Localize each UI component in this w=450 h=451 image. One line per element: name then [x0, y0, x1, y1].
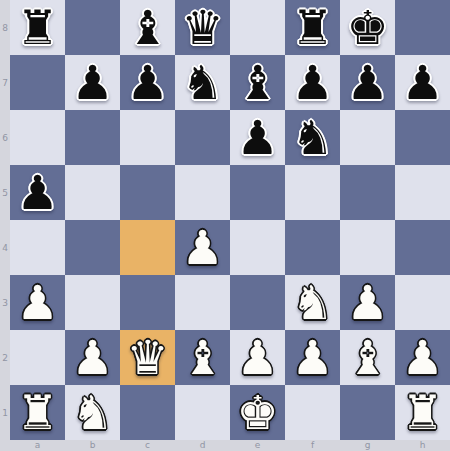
square-e6[interactable]: ♟ — [230, 110, 285, 165]
square-e1[interactable]: ♚ — [230, 385, 285, 440]
chess-board-panel: 87654321 ♜♝♛♜♚♟♟♞♝♟♟♟♟♞♟♟♟♞♟♟♛♝♟♟♝♟♜♞♚♜ … — [0, 0, 450, 451]
square-g2[interactable]: ♝ — [340, 330, 395, 385]
square-a6[interactable] — [10, 110, 65, 165]
square-b6[interactable] — [65, 110, 120, 165]
square-h8[interactable] — [395, 0, 450, 55]
white-pawn-g3[interactable]: ♟ — [346, 275, 388, 330]
white-rook-h1[interactable]: ♜ — [401, 385, 443, 440]
white-bishop-g2[interactable]: ♝ — [346, 330, 388, 385]
black-pawn-e6[interactable]: ♟ — [236, 110, 278, 165]
square-c7[interactable]: ♟ — [120, 55, 175, 110]
square-a1[interactable]: ♜ — [10, 385, 65, 440]
rank-labels: 87654321 — [0, 0, 10, 440]
black-knight-d7[interactable]: ♞ — [181, 55, 223, 110]
square-g7[interactable]: ♟ — [340, 55, 395, 110]
square-e4[interactable] — [230, 220, 285, 275]
square-d3[interactable] — [175, 275, 230, 330]
square-d4[interactable]: ♟ — [175, 220, 230, 275]
square-d1[interactable] — [175, 385, 230, 440]
rank-label-8: 8 — [0, 0, 10, 55]
white-queen-c2[interactable]: ♛ — [126, 330, 168, 385]
square-d8[interactable]: ♛ — [175, 0, 230, 55]
square-b3[interactable] — [65, 275, 120, 330]
square-c5[interactable] — [120, 165, 175, 220]
rank-label-4: 4 — [0, 220, 10, 275]
chess-board[interactable]: ♜♝♛♜♚♟♟♞♝♟♟♟♟♞♟♟♟♞♟♟♛♝♟♟♝♟♜♞♚♜ — [10, 0, 450, 440]
square-h6[interactable] — [395, 110, 450, 165]
white-pawn-d4[interactable]: ♟ — [181, 220, 223, 275]
file-label-a: a — [10, 440, 65, 451]
file-label-h: h — [395, 440, 450, 451]
square-f4[interactable] — [285, 220, 340, 275]
square-c1[interactable] — [120, 385, 175, 440]
white-pawn-a3[interactable]: ♟ — [16, 275, 58, 330]
black-bishop-c8[interactable]: ♝ — [126, 0, 168, 55]
black-pawn-a5[interactable]: ♟ — [16, 165, 58, 220]
rank-label-3: 3 — [0, 275, 10, 330]
white-pawn-b2[interactable]: ♟ — [71, 330, 113, 385]
black-pawn-c7[interactable]: ♟ — [126, 55, 168, 110]
black-pawn-f7[interactable]: ♟ — [291, 55, 333, 110]
square-b4[interactable] — [65, 220, 120, 275]
square-c4[interactable] — [120, 220, 175, 275]
square-h1[interactable]: ♜ — [395, 385, 450, 440]
square-g3[interactable]: ♟ — [340, 275, 395, 330]
square-c3[interactable] — [120, 275, 175, 330]
rank-label-2: 2 — [0, 330, 10, 385]
file-label-f: f — [285, 440, 340, 451]
white-pawn-f2[interactable]: ♟ — [291, 330, 333, 385]
square-f7[interactable]: ♟ — [285, 55, 340, 110]
square-g1[interactable] — [340, 385, 395, 440]
file-label-b: b — [65, 440, 120, 451]
white-knight-f3[interactable]: ♞ — [291, 275, 333, 330]
square-d2[interactable]: ♝ — [175, 330, 230, 385]
white-rook-a1[interactable]: ♜ — [16, 385, 58, 440]
square-e7[interactable]: ♝ — [230, 55, 285, 110]
square-g4[interactable] — [340, 220, 395, 275]
square-a2[interactable] — [10, 330, 65, 385]
square-b8[interactable] — [65, 0, 120, 55]
square-a3[interactable]: ♟ — [10, 275, 65, 330]
square-d7[interactable]: ♞ — [175, 55, 230, 110]
white-pawn-h2[interactable]: ♟ — [401, 330, 443, 385]
square-h4[interactable] — [395, 220, 450, 275]
square-c6[interactable] — [120, 110, 175, 165]
rank-label-7: 7 — [0, 55, 10, 110]
black-knight-f6[interactable]: ♞ — [291, 110, 333, 165]
file-labels: abcdefgh — [10, 440, 450, 451]
square-g8[interactable]: ♚ — [340, 0, 395, 55]
black-rook-f8[interactable]: ♜ — [291, 0, 333, 55]
square-f3[interactable]: ♞ — [285, 275, 340, 330]
square-c8[interactable]: ♝ — [120, 0, 175, 55]
file-label-g: g — [340, 440, 395, 451]
white-pawn-e2[interactable]: ♟ — [236, 330, 278, 385]
square-f1[interactable] — [285, 385, 340, 440]
square-f8[interactable]: ♜ — [285, 0, 340, 55]
square-a8[interactable]: ♜ — [10, 0, 65, 55]
square-a7[interactable] — [10, 55, 65, 110]
square-b7[interactable]: ♟ — [65, 55, 120, 110]
square-b2[interactable]: ♟ — [65, 330, 120, 385]
square-a5[interactable]: ♟ — [10, 165, 65, 220]
square-e3[interactable] — [230, 275, 285, 330]
square-b5[interactable] — [65, 165, 120, 220]
rank-label-6: 6 — [0, 110, 10, 165]
file-label-e: e — [230, 440, 285, 451]
square-h5[interactable] — [395, 165, 450, 220]
square-h2[interactable]: ♟ — [395, 330, 450, 385]
black-pawn-g7[interactable]: ♟ — [346, 55, 388, 110]
file-label-c: c — [120, 440, 175, 451]
black-pawn-h7[interactable]: ♟ — [401, 55, 443, 110]
black-queen-d8[interactable]: ♛ — [181, 0, 223, 55]
square-g5[interactable] — [340, 165, 395, 220]
square-d6[interactable] — [175, 110, 230, 165]
white-knight-b1[interactable]: ♞ — [71, 385, 113, 440]
square-f2[interactable]: ♟ — [285, 330, 340, 385]
square-a4[interactable] — [10, 220, 65, 275]
file-label-d: d — [175, 440, 230, 451]
black-rook-a8[interactable]: ♜ — [16, 0, 58, 55]
square-e5[interactable] — [230, 165, 285, 220]
black-king-g8[interactable]: ♚ — [346, 0, 388, 55]
square-h3[interactable] — [395, 275, 450, 330]
square-b1[interactable]: ♞ — [65, 385, 120, 440]
square-e2[interactable]: ♟ — [230, 330, 285, 385]
white-bishop-d2[interactable]: ♝ — [181, 330, 223, 385]
square-c2[interactable]: ♛ — [120, 330, 175, 385]
rank-label-5: 5 — [0, 165, 10, 220]
black-bishop-e7[interactable]: ♝ — [236, 55, 278, 110]
square-e8[interactable] — [230, 0, 285, 55]
white-king-e1[interactable]: ♚ — [236, 385, 278, 440]
square-g6[interactable] — [340, 110, 395, 165]
rank-label-1: 1 — [0, 385, 10, 440]
square-h7[interactable]: ♟ — [395, 55, 450, 110]
black-pawn-b7[interactable]: ♟ — [71, 55, 113, 110]
square-f6[interactable]: ♞ — [285, 110, 340, 165]
square-f5[interactable] — [285, 165, 340, 220]
square-d5[interactable] — [175, 165, 230, 220]
